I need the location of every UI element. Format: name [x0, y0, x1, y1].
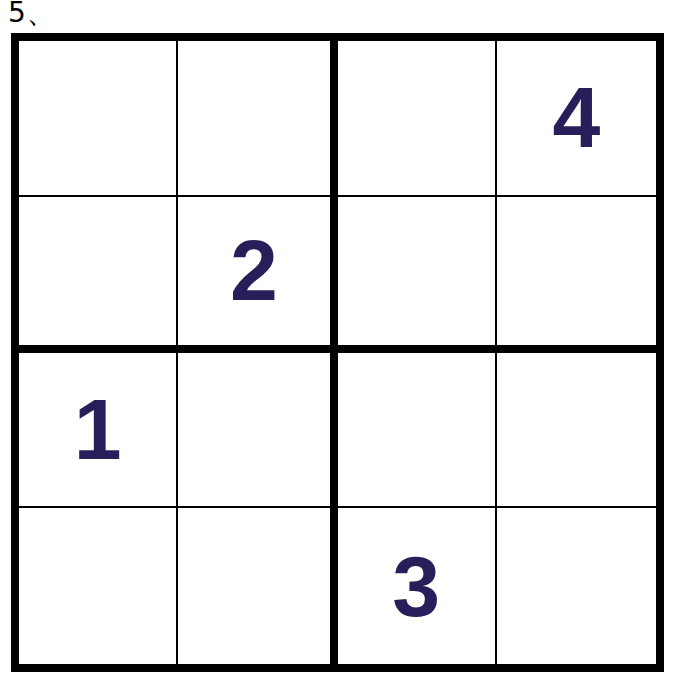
puzzle-number-label: 5、 [8, 0, 56, 28]
cell-r1c3[interactable] [338, 41, 497, 197]
cell-r3c4[interactable] [497, 353, 656, 509]
cell-r1c4[interactable]: 4 [497, 41, 656, 197]
cell-r3c1[interactable]: 1 [19, 353, 178, 509]
cell-r4c3[interactable]: 3 [338, 508, 497, 664]
cell-r4c2[interactable] [178, 508, 337, 664]
cell-r3c3[interactable] [338, 353, 497, 509]
cell-r2c3[interactable] [338, 197, 497, 353]
cell-r4c1[interactable] [19, 508, 178, 664]
puzzle-page: 5、 4 2 1 3 [0, 0, 674, 683]
cell-r4c4[interactable] [497, 508, 656, 664]
cell-r2c1[interactable] [19, 197, 178, 353]
cell-r1c2[interactable] [178, 41, 337, 197]
sudoku-board: 4 2 1 3 [11, 33, 664, 672]
cell-r2c4[interactable] [497, 197, 656, 353]
cell-r3c2[interactable] [178, 353, 337, 509]
cell-r1c1[interactable] [19, 41, 178, 197]
cell-r2c2[interactable]: 2 [178, 197, 337, 353]
